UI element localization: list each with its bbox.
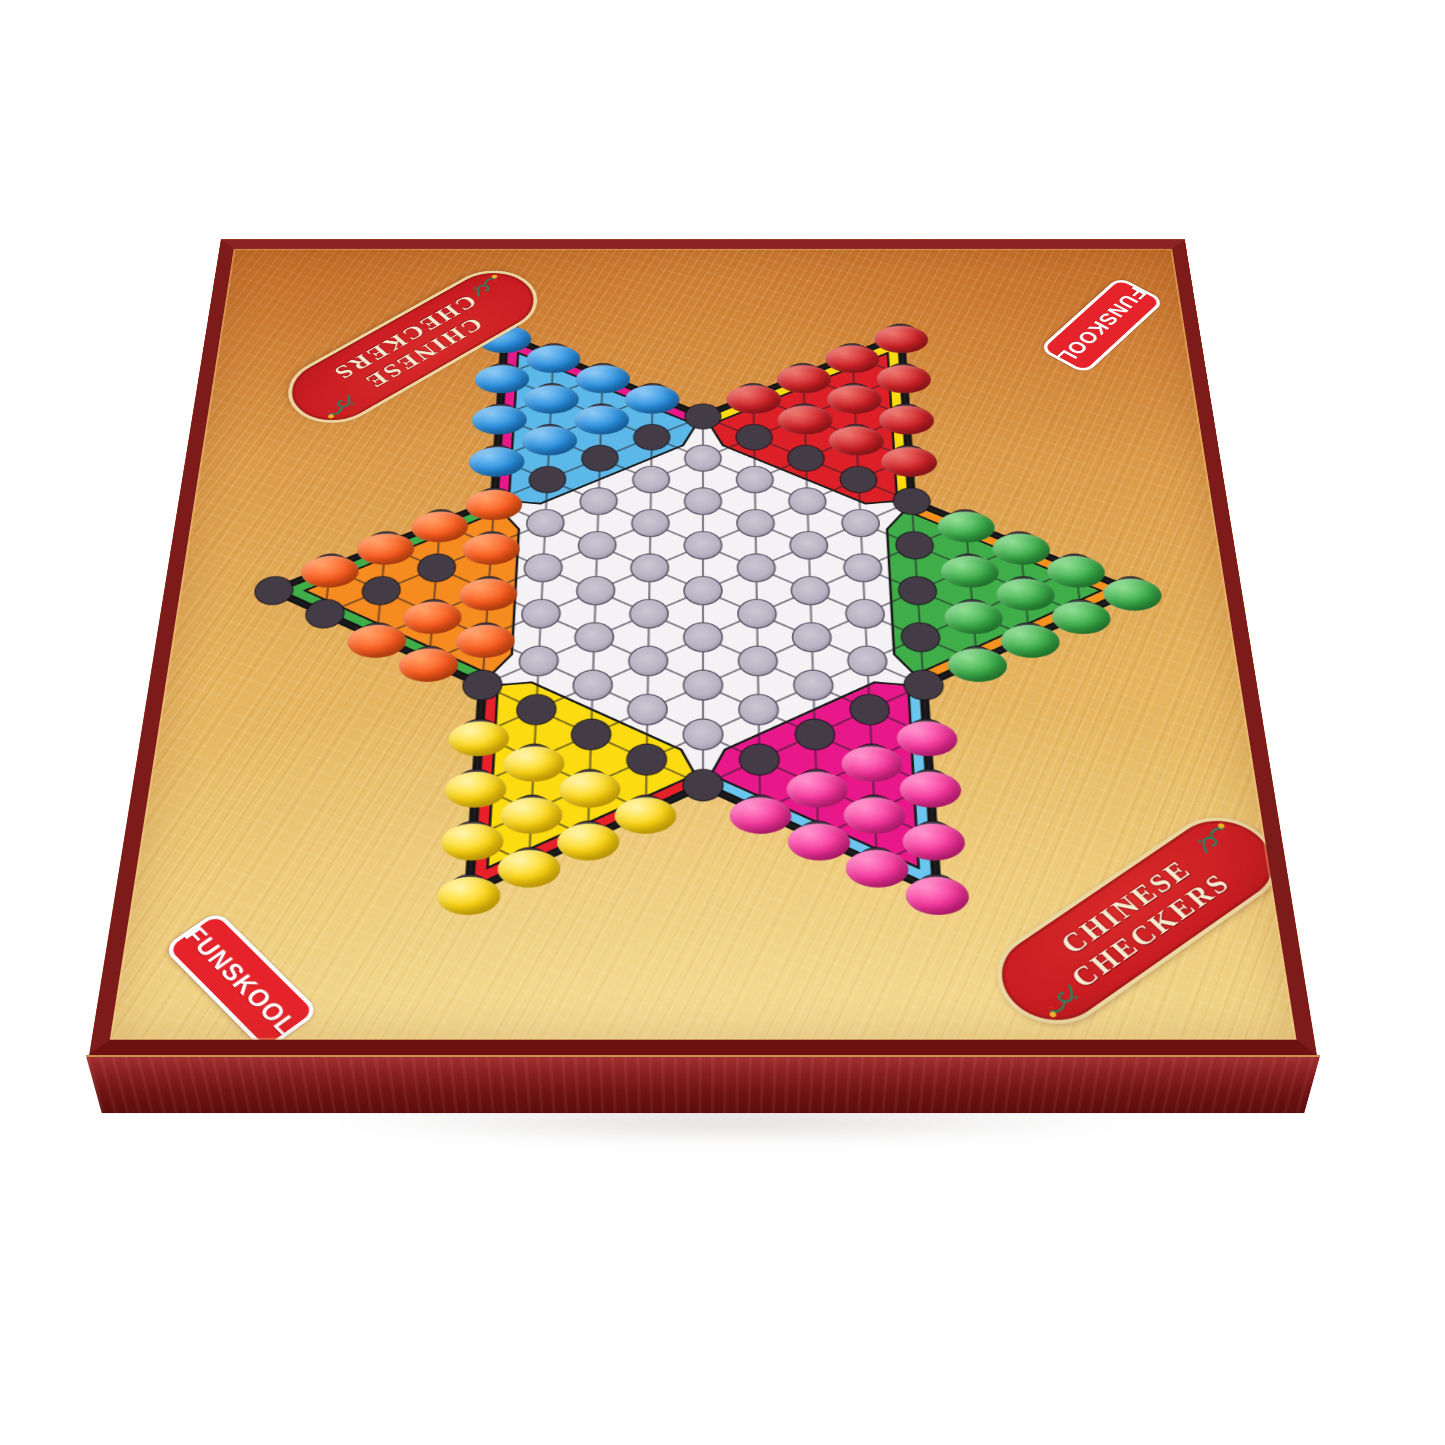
hole-empty[interactable] bbox=[524, 554, 563, 582]
hole bbox=[854, 795, 896, 827]
hole bbox=[447, 874, 490, 907]
marble-red[interactable] bbox=[776, 365, 831, 393]
hole-empty[interactable] bbox=[519, 646, 559, 675]
hole bbox=[906, 719, 948, 750]
hole bbox=[508, 848, 551, 881]
hole-empty[interactable] bbox=[574, 623, 613, 652]
marble-red[interactable] bbox=[777, 406, 833, 435]
hole bbox=[797, 821, 839, 853]
hole-empty[interactable] bbox=[790, 532, 828, 559]
hole-empty[interactable] bbox=[578, 532, 616, 559]
hole-empty[interactable] bbox=[683, 719, 723, 750]
hole-empty[interactable] bbox=[581, 445, 618, 471]
hole-empty[interactable] bbox=[841, 510, 879, 537]
hole bbox=[796, 769, 837, 801]
hole bbox=[510, 795, 552, 827]
hole-empty[interactable] bbox=[792, 623, 831, 652]
hole-empty[interactable] bbox=[571, 719, 612, 750]
box-front-side bbox=[86, 1055, 1321, 1113]
hole-empty[interactable] bbox=[629, 646, 668, 675]
hole-empty[interactable] bbox=[631, 554, 669, 582]
hole-empty[interactable] bbox=[630, 599, 669, 628]
hole-empty[interactable] bbox=[845, 599, 885, 628]
hole-empty[interactable] bbox=[633, 424, 670, 450]
hole-empty[interactable] bbox=[573, 670, 613, 700]
hole bbox=[451, 821, 494, 853]
hole-empty[interactable] bbox=[737, 510, 775, 537]
hole-empty[interactable] bbox=[840, 466, 878, 492]
hole-empty[interactable] bbox=[898, 577, 938, 605]
hole bbox=[455, 769, 497, 801]
hole bbox=[569, 769, 610, 801]
hole-empty[interactable] bbox=[626, 744, 666, 775]
hole bbox=[625, 795, 666, 827]
hole bbox=[458, 719, 500, 750]
hole bbox=[912, 821, 955, 853]
hole bbox=[915, 874, 959, 907]
hole-empty[interactable] bbox=[632, 510, 670, 537]
hole bbox=[909, 769, 951, 801]
hole-empty[interactable] bbox=[684, 577, 722, 605]
game-box: CHINESE CHECKERS CHINESE CHECKERS bbox=[89, 239, 1317, 1055]
hole-empty[interactable] bbox=[526, 510, 564, 537]
marble-red[interactable] bbox=[827, 385, 883, 413]
hole-empty[interactable] bbox=[576, 577, 615, 605]
marble-red[interactable] bbox=[881, 447, 939, 477]
hole bbox=[567, 821, 609, 853]
hole-empty[interactable] bbox=[633, 466, 670, 492]
hole-empty[interactable] bbox=[738, 646, 777, 675]
hole-empty[interactable] bbox=[847, 646, 887, 675]
hole-empty[interactable] bbox=[849, 695, 890, 725]
hole-empty[interactable] bbox=[628, 695, 668, 725]
hole-empty[interactable] bbox=[516, 695, 557, 725]
marble-red[interactable] bbox=[726, 385, 781, 413]
hole-empty[interactable] bbox=[789, 488, 827, 515]
hole-empty[interactable] bbox=[684, 488, 721, 515]
board-face: CHINESE CHECKERS CHINESE CHECKERS bbox=[89, 239, 1317, 1055]
hole-empty[interactable] bbox=[843, 554, 882, 582]
hole-empty[interactable] bbox=[683, 769, 723, 801]
hole bbox=[856, 848, 899, 881]
marble-red[interactable] bbox=[825, 345, 880, 373]
hole-empty[interactable] bbox=[795, 719, 836, 750]
hole-empty[interactable] bbox=[521, 599, 561, 628]
marble-red[interactable] bbox=[876, 365, 932, 393]
hole-empty[interactable] bbox=[738, 599, 777, 628]
marble-red[interactable] bbox=[874, 326, 929, 353]
hole-empty[interactable] bbox=[893, 488, 932, 515]
hole bbox=[513, 744, 554, 775]
hole-empty[interactable] bbox=[736, 466, 773, 492]
marble-blue[interactable] bbox=[573, 406, 629, 435]
hole-empty[interactable] bbox=[685, 404, 721, 429]
hole-empty[interactable] bbox=[791, 577, 830, 605]
hole-empty[interactable] bbox=[685, 445, 722, 471]
hole-empty[interactable] bbox=[793, 670, 833, 700]
hole-empty[interactable] bbox=[684, 532, 722, 559]
hole bbox=[740, 795, 781, 827]
hole-empty[interactable] bbox=[528, 466, 566, 492]
hole-empty[interactable] bbox=[580, 488, 618, 515]
hole-empty[interactable] bbox=[739, 695, 779, 725]
marble-red[interactable] bbox=[878, 406, 935, 435]
hole-empty[interactable] bbox=[895, 532, 934, 559]
hole-empty[interactable] bbox=[736, 424, 773, 450]
hole-empty[interactable] bbox=[683, 670, 722, 700]
hole-empty[interactable] bbox=[787, 445, 824, 471]
photo-scene: CHINESE CHECKERS CHINESE CHECKERS bbox=[0, 0, 1445, 1445]
hole-empty[interactable] bbox=[739, 744, 779, 775]
hole bbox=[852, 744, 893, 775]
hole-empty[interactable] bbox=[684, 623, 723, 652]
marble-red[interactable] bbox=[828, 426, 885, 455]
marble-blue[interactable] bbox=[575, 365, 630, 393]
hole-empty[interactable] bbox=[737, 554, 775, 582]
